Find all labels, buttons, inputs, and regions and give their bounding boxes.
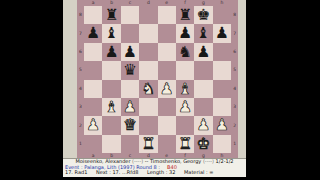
black-bishop-g7: ♝ bbox=[197, 24, 211, 42]
white-bishop-b3: ♝ bbox=[105, 98, 119, 116]
coord-label: 7 bbox=[231, 24, 238, 42]
game-info-panel: Moiseenko, Alexander (----) -- Timoshenk… bbox=[63, 158, 246, 177]
square-d4: ♞ bbox=[139, 80, 157, 98]
white-pawn-c3: ♟ bbox=[123, 98, 137, 116]
white-pawn-e4: ♟ bbox=[160, 80, 174, 98]
square-g1: ♚ bbox=[194, 135, 212, 153]
black-bishop-b7: ♝ bbox=[105, 24, 119, 42]
square-a2: ♟ bbox=[84, 116, 102, 134]
move-line: 17. Rad1 Next : 17. ...Rfd8 Length : 32 … bbox=[63, 170, 246, 176]
square-h4 bbox=[213, 80, 231, 98]
square-c3: ♟ bbox=[121, 98, 139, 116]
square-f7: ♟ bbox=[176, 24, 194, 42]
black-pawn-h7: ♟ bbox=[215, 24, 229, 42]
square-b5 bbox=[102, 61, 120, 79]
square-b6: ♟ bbox=[102, 43, 120, 61]
coord-label: 3 bbox=[231, 98, 238, 116]
black-rook-b8: ♜ bbox=[105, 6, 119, 24]
move-played: 17. Rad1 bbox=[65, 169, 87, 175]
square-h8 bbox=[213, 6, 231, 24]
square-b2 bbox=[102, 116, 120, 134]
coord-label: 8 bbox=[231, 6, 238, 24]
coord-label: 2 bbox=[231, 116, 238, 134]
coord-label: 5 bbox=[77, 61, 84, 79]
square-e5 bbox=[158, 61, 176, 79]
square-h6 bbox=[213, 43, 231, 61]
board-grid: ♜♜♚♟♝♟♝♟♟♟♞♟♛♞♟♝♝♟♟♟♛♟♟♜♜♚ bbox=[84, 6, 231, 153]
black-pawn-a7: ♟ bbox=[86, 24, 100, 42]
rank-labels-left: 87654321 bbox=[77, 6, 84, 153]
white-pawn-a2: ♟ bbox=[86, 116, 100, 134]
square-f3: ♟ bbox=[176, 98, 194, 116]
square-f1: ♜ bbox=[176, 135, 194, 153]
square-c2: ♛ bbox=[121, 116, 139, 134]
coord-label: 7 bbox=[77, 24, 84, 42]
square-e8 bbox=[158, 6, 176, 24]
square-b1 bbox=[102, 135, 120, 153]
coord-label: 6 bbox=[231, 43, 238, 61]
material-balance: Material : = bbox=[184, 169, 213, 175]
square-h7: ♟ bbox=[213, 24, 231, 42]
black-king-g8: ♚ bbox=[197, 6, 211, 24]
square-e4: ♟ bbox=[158, 80, 176, 98]
square-d7 bbox=[139, 24, 157, 42]
square-b4 bbox=[102, 80, 120, 98]
square-g5 bbox=[194, 61, 212, 79]
square-d6 bbox=[139, 43, 157, 61]
square-g3 bbox=[194, 98, 212, 116]
square-g2: ♟ bbox=[194, 116, 212, 134]
square-e1 bbox=[158, 135, 176, 153]
square-d3 bbox=[139, 98, 157, 116]
square-f4: ♝ bbox=[176, 80, 194, 98]
chess-app-window: abcdefgh abcdefgh 87654321 87654321 ♜♜♚♟… bbox=[63, 0, 246, 158]
square-c6: ♟ bbox=[121, 43, 139, 61]
square-f2 bbox=[176, 116, 194, 134]
square-g8: ♚ bbox=[194, 6, 212, 24]
coord-label: 4 bbox=[231, 80, 238, 98]
square-f5 bbox=[176, 61, 194, 79]
white-king-g1: ♚ bbox=[197, 135, 211, 153]
square-a4 bbox=[84, 80, 102, 98]
right-letterbox bbox=[246, 0, 320, 180]
white-bishop-f4: ♝ bbox=[178, 80, 192, 98]
square-a5 bbox=[84, 61, 102, 79]
square-e2 bbox=[158, 116, 176, 134]
square-a3 bbox=[84, 98, 102, 116]
square-e7 bbox=[158, 24, 176, 42]
rank-labels-right: 87654321 bbox=[231, 6, 238, 153]
square-f8: ♜ bbox=[176, 6, 194, 24]
white-rook-d1: ♜ bbox=[141, 135, 155, 153]
video-frame: abcdefgh abcdefgh 87654321 87654321 ♜♜♚♟… bbox=[0, 0, 320, 180]
black-pawn-c6: ♟ bbox=[123, 43, 137, 61]
coord-label: 4 bbox=[77, 80, 84, 98]
square-h2: ♟ bbox=[213, 116, 231, 134]
square-c4 bbox=[121, 80, 139, 98]
square-h5 bbox=[213, 61, 231, 79]
left-letterbox bbox=[0, 0, 63, 180]
black-knight-f6: ♞ bbox=[178, 43, 192, 61]
square-a1 bbox=[84, 135, 102, 153]
white-pawn-f3: ♟ bbox=[178, 98, 192, 116]
coord-label: 1 bbox=[77, 135, 84, 153]
coord-label: 6 bbox=[77, 43, 84, 61]
black-pawn-f7: ♟ bbox=[178, 24, 192, 42]
white-knight-d4: ♞ bbox=[141, 80, 155, 98]
square-a8 bbox=[84, 6, 102, 24]
square-b8: ♜ bbox=[102, 6, 120, 24]
square-c7 bbox=[121, 24, 139, 42]
black-rook-f8: ♜ bbox=[178, 6, 192, 24]
black-pawn-g6: ♟ bbox=[197, 43, 211, 61]
black-player-rating: (----) bbox=[203, 158, 214, 164]
square-f6: ♞ bbox=[176, 43, 194, 61]
game-length: Length : 32 bbox=[147, 169, 175, 175]
square-e3 bbox=[158, 98, 176, 116]
square-h1 bbox=[213, 135, 231, 153]
square-b7: ♝ bbox=[102, 24, 120, 42]
square-b3: ♝ bbox=[102, 98, 120, 116]
white-rook-f1: ♜ bbox=[178, 135, 192, 153]
square-h3 bbox=[213, 98, 231, 116]
square-c1 bbox=[121, 135, 139, 153]
square-a6 bbox=[84, 43, 102, 61]
square-d5 bbox=[139, 61, 157, 79]
square-e6 bbox=[158, 43, 176, 61]
black-pawn-b6: ♟ bbox=[105, 43, 119, 61]
game-result: 1/2-1/2 bbox=[216, 158, 234, 164]
square-g6: ♟ bbox=[194, 43, 212, 61]
black-queen-c5: ♛ bbox=[123, 61, 137, 79]
white-pawn-g2: ♟ bbox=[197, 116, 211, 134]
coord-label: 2 bbox=[77, 116, 84, 134]
square-d1: ♜ bbox=[139, 135, 157, 153]
coord-label: 3 bbox=[77, 98, 84, 116]
square-c5: ♛ bbox=[121, 61, 139, 79]
coord-label: 5 bbox=[231, 61, 238, 79]
white-pawn-h2: ♟ bbox=[215, 116, 229, 134]
square-g7: ♝ bbox=[194, 24, 212, 42]
coord-label: 8 bbox=[77, 6, 84, 24]
square-d8 bbox=[139, 6, 157, 24]
square-a7: ♟ bbox=[84, 24, 102, 42]
square-g4 bbox=[194, 80, 212, 98]
coord-label: 1 bbox=[231, 135, 238, 153]
white-queen-c2: ♛ bbox=[123, 116, 137, 134]
square-c8 bbox=[121, 6, 139, 24]
square-d2 bbox=[139, 116, 157, 134]
next-move: Next : 17. ...Rfd8 bbox=[96, 169, 138, 175]
chess-board: abcdefgh abcdefgh 87654321 87654321 ♜♜♚♟… bbox=[77, 0, 238, 159]
